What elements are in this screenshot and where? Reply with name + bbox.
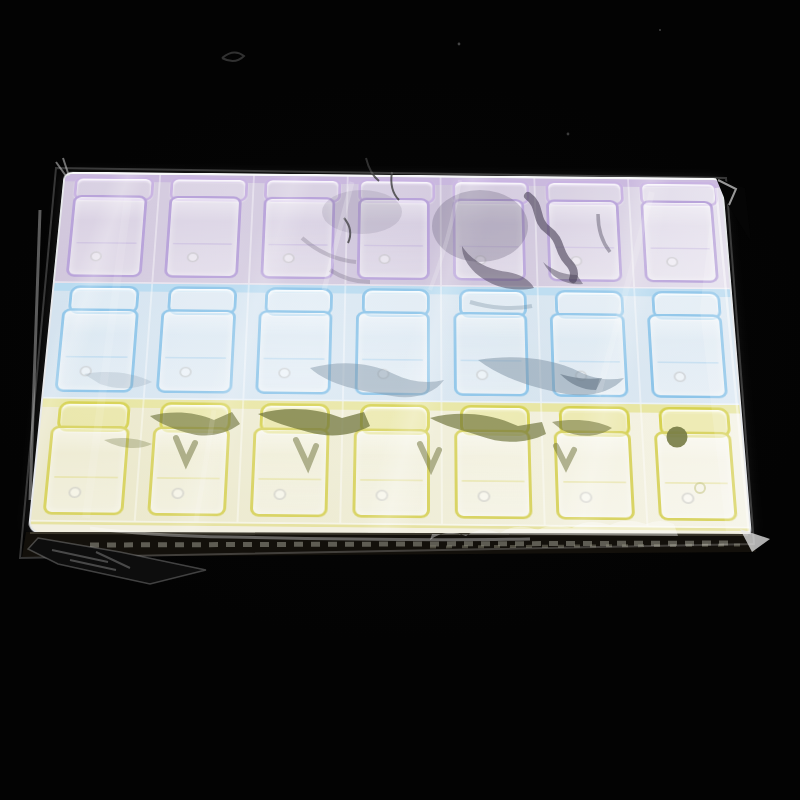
lid-hole (375, 490, 388, 502)
lid (453, 312, 530, 397)
compartment-yellow-3 (236, 400, 341, 522)
lid (356, 198, 430, 281)
lid-hole (378, 254, 390, 264)
lid-hole (570, 256, 583, 266)
compartment-blue-5 (440, 287, 540, 402)
lid (654, 431, 738, 521)
compartment-blue-6 (537, 287, 640, 402)
compartment-yellow-4 (339, 401, 442, 523)
compartment-yellow-5 (441, 402, 544, 524)
product-photo (0, 0, 800, 800)
compartment-purple-6 (534, 178, 634, 286)
storage-box (28, 172, 748, 537)
lid (452, 198, 526, 281)
lid (55, 308, 139, 392)
lid-hole (79, 366, 92, 377)
lid (546, 199, 622, 282)
compartment-purple-7 (627, 179, 729, 287)
compartment-grid (31, 174, 750, 529)
lid (147, 426, 230, 516)
compartment-yellow-1 (31, 398, 143, 520)
lid (550, 313, 629, 398)
compartment-yellow-2 (134, 399, 242, 521)
compartment-blue-1 (43, 283, 151, 398)
lid-hole (187, 252, 200, 262)
compartment-purple-5 (440, 178, 537, 286)
lid-hole (283, 253, 295, 263)
lid-hole (179, 367, 192, 378)
lid-hole (681, 492, 695, 504)
lid-hole (171, 488, 185, 500)
compartment-purple-3 (248, 176, 347, 284)
lid (352, 428, 430, 518)
compartment-row-yellow (31, 398, 750, 528)
lid (255, 310, 333, 394)
lid (554, 430, 635, 520)
compartment-blue-7 (633, 288, 739, 403)
compartment-blue-2 (143, 284, 248, 399)
lid-hole (665, 257, 678, 267)
lid (454, 429, 533, 519)
lid (66, 195, 147, 278)
lid-hole (476, 369, 489, 380)
lid (156, 309, 236, 393)
lid (354, 311, 430, 396)
box-face (28, 172, 753, 541)
compartment-purple-2 (151, 175, 253, 283)
lid (640, 200, 718, 283)
lid-hole (273, 489, 286, 501)
lid-hole (574, 370, 587, 381)
lid-hole (68, 487, 82, 499)
lid (260, 197, 336, 280)
compartment-blue-4 (341, 286, 440, 401)
lid (43, 425, 130, 515)
compartment-row-blue (43, 283, 739, 405)
lid-hole (278, 368, 291, 379)
compartment-blue-3 (242, 285, 344, 400)
compartment-purple-1 (55, 174, 159, 282)
lid-hole (377, 368, 390, 379)
lid (249, 427, 330, 517)
compartment-purple-4 (344, 177, 440, 285)
lid-hole (90, 251, 103, 261)
compartment-row-purple (55, 174, 730, 289)
lid-hole (579, 491, 592, 503)
lid (647, 314, 728, 399)
compartment-yellow-6 (540, 403, 646, 525)
lid-hole (474, 255, 486, 265)
lid-hole (477, 490, 490, 502)
lid-hole (673, 371, 686, 382)
compartment-yellow-7 (640, 404, 749, 526)
lid (164, 196, 242, 279)
